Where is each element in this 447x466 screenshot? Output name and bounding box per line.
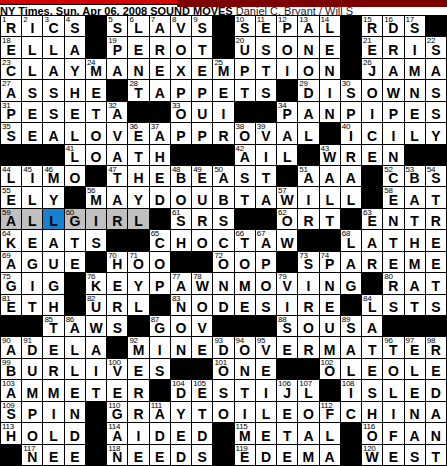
cell-r1c15[interactable]: 13A [298, 16, 318, 36]
cell-r20c18[interactable]: 116O [362, 423, 382, 443]
cell-r19c1[interactable]: 109S [1, 402, 21, 422]
cell-r3c9[interactable]: X [171, 59, 191, 79]
cell-r18c9[interactable]: 104D [171, 380, 191, 400]
cell-r21c2[interactable]: 117N [22, 445, 42, 465]
cell-r11c14[interactable]: W [277, 230, 297, 250]
cell-r1c14[interactable]: 12P [277, 16, 297, 36]
cell-r20c4[interactable]: D [65, 423, 85, 443]
cell-r17c17[interactable]: L [341, 359, 361, 379]
cell-r8c17[interactable]: A [341, 166, 361, 186]
cell-r11c19[interactable]: T [383, 230, 403, 250]
cell-r18c20[interactable]: E [405, 380, 425, 400]
cell-r1c8[interactable]: 7A [150, 16, 170, 36]
cell-r16c19[interactable]: 96T [383, 337, 403, 357]
cell-r12c6[interactable]: 70H [107, 252, 127, 272]
cell-r16c10[interactable]: E [192, 337, 212, 357]
cell-r6c5[interactable]: O [86, 123, 106, 143]
cell-r12c1[interactable]: 69A [1, 252, 21, 272]
cell-r14c2[interactable]: T [22, 295, 42, 315]
cell-r20c16[interactable]: L [320, 423, 340, 443]
cell-r13c20[interactable]: A [405, 273, 425, 293]
cell-r1c10[interactable]: 9S [192, 16, 212, 36]
cell-r10c20[interactable]: T [405, 209, 425, 229]
cell-r10c19[interactable]: N [383, 209, 403, 229]
cell-r1c13[interactable]: 11E [256, 16, 276, 36]
cell-r14c15[interactable]: R [298, 295, 318, 315]
cell-r18c21[interactable]: D [426, 380, 446, 400]
cell-r3c10[interactable]: E [192, 59, 212, 79]
cell-r2c14[interactable]: O [277, 37, 297, 57]
cell-r16c9[interactable]: N [171, 337, 191, 357]
cell-r15c18[interactable]: A [362, 316, 382, 336]
cell-r4c5[interactable]: E [86, 80, 106, 100]
cell-r16c11[interactable]: 93D [213, 337, 233, 357]
cell-r16c2[interactable]: 91D [22, 337, 42, 357]
cell-r11c13[interactable]: 67A [256, 230, 276, 250]
cell-r10c3[interactable]: L [43, 209, 63, 229]
cell-r6c2[interactable]: E [22, 123, 42, 143]
cell-r19c13[interactable]: L [256, 402, 276, 422]
cell-r4c11[interactable]: E [213, 80, 233, 100]
cell-r16c7[interactable]: 92M [128, 337, 148, 357]
cell-r10c6[interactable]: R [107, 209, 127, 229]
cell-r9c19[interactable]: 58E [383, 187, 403, 207]
cell-r10c14[interactable]: 62O [277, 209, 297, 229]
cell-r21c20[interactable]: S [405, 445, 425, 465]
cell-r20c12[interactable]: 115M [235, 423, 255, 443]
cell-r20c3[interactable]: L [43, 423, 63, 443]
cell-r11c4[interactable]: T [65, 230, 85, 250]
cell-r10c2[interactable]: L [22, 209, 42, 229]
cell-r11c10[interactable]: O [192, 230, 212, 250]
cell-r7c12[interactable]: 42A [235, 145, 255, 165]
cell-r4c12[interactable]: T [235, 80, 255, 100]
cell-r7c5[interactable]: O [86, 145, 106, 165]
cell-r9c6[interactable]: A [107, 187, 127, 207]
cell-r8c10[interactable]: 49E [192, 166, 212, 186]
cell-r12c18[interactable]: R [362, 252, 382, 272]
cell-r9c12[interactable]: T [235, 187, 255, 207]
cell-r6c11[interactable]: R [213, 123, 233, 143]
cell-r1c16[interactable]: 14L [320, 16, 340, 36]
cell-r5c21[interactable]: S [426, 102, 446, 122]
cell-r7c16[interactable]: 43W [320, 145, 340, 165]
cell-r14c6[interactable]: R [107, 295, 127, 315]
cell-r3c19[interactable]: A [383, 59, 403, 79]
cell-r21c19[interactable]: E [383, 445, 403, 465]
cell-r4c17[interactable]: 30S [341, 80, 361, 100]
cell-r5c9[interactable]: 33O [171, 102, 191, 122]
cell-r14c13[interactable]: S [256, 295, 276, 315]
cell-r16c3[interactable]: E [43, 337, 63, 357]
cell-r20c13[interactable]: E [256, 423, 276, 443]
cell-r1c19[interactable]: 16D [383, 16, 403, 36]
cell-r19c17[interactable]: C [341, 402, 361, 422]
cell-r9c2[interactable]: L [22, 187, 42, 207]
cell-r5c18[interactable]: I [362, 102, 382, 122]
cell-r1c12[interactable]: 10S [235, 16, 255, 36]
cell-r14c7[interactable]: L [128, 295, 148, 315]
cell-r2c16[interactable]: E [320, 37, 340, 57]
cell-r14c5[interactable]: 82U [86, 295, 106, 315]
cell-r3c8[interactable]: E [150, 59, 170, 79]
cell-r20c10[interactable]: D [192, 423, 212, 443]
cell-r16c20[interactable]: 97E [405, 337, 425, 357]
cell-r15c17[interactable]: 89S [341, 316, 361, 336]
cell-r11c20[interactable]: H [405, 230, 425, 250]
cell-r1c18[interactable]: 15R [362, 16, 382, 36]
cell-r20c9[interactable]: E [171, 423, 191, 443]
cell-r3c16[interactable]: N [320, 59, 340, 79]
cell-r13c13[interactable]: O [256, 273, 276, 293]
cell-r8c12[interactable]: S [235, 166, 255, 186]
cell-r18c5[interactable]: T [86, 380, 106, 400]
cell-r6c21[interactable]: Y [426, 123, 446, 143]
cell-r14c19[interactable]: S [383, 295, 403, 315]
cell-r2c21[interactable]: 22S [426, 37, 446, 57]
cell-r9c11[interactable]: B [213, 187, 233, 207]
cell-r5c4[interactable]: E [65, 102, 85, 122]
cell-r9c20[interactable]: A [405, 187, 425, 207]
cell-r21c4[interactable]: E [65, 445, 85, 465]
cell-r15c10[interactable]: V [192, 316, 212, 336]
cell-r10c11[interactable]: S [213, 209, 233, 229]
cell-r3c13[interactable]: T [256, 59, 276, 79]
cell-r13c6[interactable]: E [107, 273, 127, 293]
cell-r9c16[interactable]: L [320, 187, 340, 207]
cell-r17c1[interactable]: 99B [1, 359, 21, 379]
cell-r17c5[interactable]: I [86, 359, 106, 379]
cell-r3c12[interactable]: P [235, 59, 255, 79]
cell-r13c7[interactable]: Y [128, 273, 148, 293]
cell-r5c6[interactable]: 32A [107, 102, 127, 122]
cell-r10c10[interactable]: R [192, 209, 212, 229]
cell-r1c3[interactable]: 3C [43, 16, 63, 36]
cell-r10c18[interactable]: 63E [362, 209, 382, 229]
cell-r2c4[interactable]: A [65, 37, 85, 57]
cell-r6c12[interactable]: 38O [235, 123, 255, 143]
cell-r20c19[interactable]: F [383, 423, 403, 443]
cell-r6c17[interactable]: 40I [341, 123, 361, 143]
cell-r6c6[interactable]: V [107, 123, 127, 143]
cell-r14c14[interactable]: I [277, 295, 297, 315]
cell-r18c14[interactable]: 106J [277, 380, 297, 400]
cell-r5c3[interactable]: S [43, 102, 63, 122]
cell-r20c20[interactable]: A [405, 423, 425, 443]
cell-r11c8[interactable]: 65C [150, 230, 170, 250]
cell-r3c15[interactable]: O [298, 59, 318, 79]
cell-r6c1[interactable]: 35S [1, 123, 21, 143]
cell-r5c20[interactable]: E [405, 102, 425, 122]
cell-r2c10[interactable]: T [192, 37, 212, 57]
cell-r12c8[interactable]: O [150, 252, 170, 272]
cell-r13c16[interactable]: N [320, 273, 340, 293]
cell-r14c11[interactable]: D [213, 295, 233, 315]
cell-r10c5[interactable]: I [86, 209, 106, 229]
cell-r3c3[interactable]: A [43, 59, 63, 79]
cell-r20c21[interactable]: N [426, 423, 446, 443]
cell-r20c2[interactable]: O [22, 423, 42, 443]
cell-r5c16[interactable]: N [320, 102, 340, 122]
cell-r4c4[interactable]: H [65, 80, 85, 100]
cell-r13c11[interactable]: N [213, 273, 233, 293]
cell-r9c10[interactable]: U [192, 187, 212, 207]
cell-r19c6[interactable]: 110G [107, 402, 127, 422]
cell-r9c14[interactable]: 57W [277, 187, 297, 207]
cell-r14c9[interactable]: 83N [171, 295, 191, 315]
cell-r2c18[interactable]: 21E [362, 37, 382, 57]
cell-r16c17[interactable]: A [341, 337, 361, 357]
cell-r15c5[interactable]: W [86, 316, 106, 336]
cell-r19c14[interactable]: E [277, 402, 297, 422]
cell-r21c16[interactable]: A [320, 445, 340, 465]
cell-r6c4[interactable]: L [65, 123, 85, 143]
cell-r8c1[interactable]: 44L [1, 166, 21, 186]
cell-r8c3[interactable]: 46M [43, 166, 63, 186]
cell-r6c19[interactable]: I [383, 123, 403, 143]
cell-r12c21[interactable]: E [426, 252, 446, 272]
cell-r12c12[interactable]: O [235, 252, 255, 272]
cell-r9c9[interactable]: O [171, 187, 191, 207]
cell-r3c1[interactable]: 23C [1, 59, 21, 79]
cell-r3c6[interactable]: A [107, 59, 127, 79]
cell-r8c8[interactable]: E [150, 166, 170, 186]
cell-r12c16[interactable]: 74P [320, 252, 340, 272]
cell-r8c15[interactable]: 51A [298, 166, 318, 186]
cell-r4c8[interactable]: A [150, 80, 170, 100]
cell-r19c21[interactable]: A [426, 402, 446, 422]
cell-r18c7[interactable]: R [128, 380, 148, 400]
cell-r8c7[interactable]: H [128, 166, 148, 186]
cell-r8c13[interactable]: T [256, 166, 276, 186]
cell-r5c15[interactable]: A [298, 102, 318, 122]
cell-r17c11[interactable]: 101O [213, 359, 233, 379]
cell-r19c16[interactable]: 112F [320, 402, 340, 422]
cell-r16c5[interactable]: A [86, 337, 106, 357]
cell-r5c5[interactable]: T [86, 102, 106, 122]
cell-r14c10[interactable]: O [192, 295, 212, 315]
cell-r11c5[interactable]: S [86, 230, 106, 250]
cell-r7c13[interactable]: I [256, 145, 276, 165]
cell-r6c3[interactable]: A [43, 123, 63, 143]
cell-r17c21[interactable]: E [426, 359, 446, 379]
cell-r19c15[interactable]: O [298, 402, 318, 422]
cell-r21c6[interactable]: 118N [107, 445, 127, 465]
cell-r3c4[interactable]: Y [65, 59, 85, 79]
cell-r21c9[interactable]: D [171, 445, 191, 465]
cell-r19c10[interactable]: T [192, 402, 212, 422]
cell-r16c1[interactable]: 90A [1, 337, 21, 357]
cell-r21c14[interactable]: E [277, 445, 297, 465]
cell-r5c17[interactable]: P [341, 102, 361, 122]
cell-r21c12[interactable]: 119E [235, 445, 255, 465]
cell-r11c1[interactable]: 64K [1, 230, 21, 250]
cell-r6c20[interactable]: L [405, 123, 425, 143]
cell-r4c20[interactable]: N [405, 80, 425, 100]
cell-r2c6[interactable]: 19P [107, 37, 127, 57]
cell-r12c15[interactable]: 73S [298, 252, 318, 272]
cell-r21c21[interactable]: T [426, 445, 446, 465]
cell-r4c15[interactable]: 29D [298, 80, 318, 100]
cell-r11c21[interactable]: E [426, 230, 446, 250]
cell-r16c8[interactable]: I [150, 337, 170, 357]
cell-r19c20[interactable]: N [405, 402, 425, 422]
cell-r15c4[interactable]: 86A [65, 316, 85, 336]
cell-r11c12[interactable]: 66T [235, 230, 255, 250]
cell-r20c8[interactable]: D [150, 423, 170, 443]
cell-r7c6[interactable]: A [107, 145, 127, 165]
cell-r4c7[interactable]: 28T [128, 80, 148, 100]
cell-r19c12[interactable]: I [235, 402, 255, 422]
cell-r15c8[interactable]: 87G [150, 316, 170, 336]
cell-r17c13[interactable]: E [256, 359, 276, 379]
cell-r9c21[interactable]: T [426, 187, 446, 207]
cell-r13c3[interactable]: G [43, 273, 63, 293]
cell-r17c3[interactable]: R [43, 359, 63, 379]
cell-r7c17[interactable]: R [341, 145, 361, 165]
cell-r8c6[interactable]: 47T [107, 166, 127, 186]
cell-r13c15[interactable]: I [298, 273, 318, 293]
cell-r21c18[interactable]: 120W [362, 445, 382, 465]
cell-r3c2[interactable]: L [22, 59, 42, 79]
cell-r18c10[interactable]: 105E [192, 380, 212, 400]
cell-r9c1[interactable]: 55E [1, 187, 21, 207]
cell-r19c2[interactable]: P [22, 402, 42, 422]
cell-r14c1[interactable]: 81E [1, 295, 21, 315]
cell-r19c19[interactable]: I [383, 402, 403, 422]
cell-r8c9[interactable]: 48B [171, 166, 191, 186]
cell-r16c13[interactable]: 95V [256, 337, 276, 357]
cell-r13c8[interactable]: P [150, 273, 170, 293]
cell-r9c13[interactable]: A [256, 187, 276, 207]
cell-r11c3[interactable]: A [43, 230, 63, 250]
cell-r3c20[interactable]: M [405, 59, 425, 79]
cell-r2c13[interactable]: S [256, 37, 276, 57]
cell-r19c11[interactable]: O [213, 402, 233, 422]
cell-r12c11[interactable]: 72O [213, 252, 233, 272]
cell-r2c3[interactable]: L [43, 37, 63, 57]
cell-r21c7[interactable]: E [128, 445, 148, 465]
cell-r4c13[interactable]: S [256, 80, 276, 100]
cell-r8c2[interactable]: 45I [22, 166, 42, 186]
cell-r21c13[interactable]: D [256, 445, 276, 465]
cell-r1c6[interactable]: 5S [107, 16, 127, 36]
cell-r18c2[interactable]: M [22, 380, 42, 400]
cell-r5c2[interactable]: E [22, 102, 42, 122]
cell-r12c13[interactable]: P [256, 252, 276, 272]
cell-r2c19[interactable]: R [383, 37, 403, 57]
cell-r20c7[interactable]: I [128, 423, 148, 443]
cell-r2c8[interactable]: R [150, 37, 170, 57]
cell-r13c14[interactable]: 79V [277, 273, 297, 293]
cell-r16c15[interactable]: R [298, 337, 318, 357]
cell-r7c8[interactable]: H [150, 145, 170, 165]
cell-r16c21[interactable]: 98R [426, 337, 446, 357]
cell-r12c7[interactable]: 71O [128, 252, 148, 272]
cell-r8c20[interactable]: 53B [405, 166, 425, 186]
cell-r8c21[interactable]: 54S [426, 166, 446, 186]
cell-r2c9[interactable]: O [171, 37, 191, 57]
cell-r4c19[interactable]: W [383, 80, 403, 100]
cell-r16c14[interactable]: E [277, 337, 297, 357]
cell-r19c3[interactable]: I [43, 402, 63, 422]
cell-r20c14[interactable]: T [277, 423, 297, 443]
cell-r14c20[interactable]: T [405, 295, 425, 315]
cell-r18c15[interactable]: 107L [298, 380, 318, 400]
cell-r1c7[interactable]: 6L [128, 16, 148, 36]
cell-r3c11[interactable]: 25M [213, 59, 233, 79]
cell-r21c15[interactable]: M [298, 445, 318, 465]
cell-r18c12[interactable]: T [235, 380, 255, 400]
cell-r8c19[interactable]: 52C [383, 166, 403, 186]
cell-r6c9[interactable]: P [171, 123, 191, 143]
cell-r16c16[interactable]: M [320, 337, 340, 357]
cell-r14c16[interactable]: E [320, 295, 340, 315]
cell-r9c17[interactable]: L [341, 187, 361, 207]
cell-r10c1[interactable]: 59A [1, 209, 21, 229]
cell-r3c7[interactable]: N [128, 59, 148, 79]
cell-r7c7[interactable]: T [128, 145, 148, 165]
cell-r15c15[interactable]: O [298, 316, 318, 336]
cell-r19c8[interactable]: 111A [150, 402, 170, 422]
cell-r12c3[interactable]: U [43, 252, 63, 272]
cell-r18c6[interactable]: E [107, 380, 127, 400]
cell-r13c1[interactable]: 75G [1, 273, 21, 293]
cell-r6c7[interactable]: 36E [128, 123, 148, 143]
cell-r18c1[interactable]: 103A [1, 380, 21, 400]
cell-r10c21[interactable]: R [426, 209, 446, 229]
cell-r6c15[interactable]: L [298, 123, 318, 143]
cell-r18c17[interactable]: 108I [341, 380, 361, 400]
cell-r14c12[interactable]: E [235, 295, 255, 315]
cell-r3c14[interactable]: I [277, 59, 297, 79]
cell-r11c17[interactable]: 68L [341, 230, 361, 250]
cell-r10c9[interactable]: 61S [171, 209, 191, 229]
cell-r10c4[interactable]: 60G [65, 209, 85, 229]
cell-r4c9[interactable]: P [171, 80, 191, 100]
cell-r4c2[interactable]: S [22, 80, 42, 100]
cell-r4c1[interactable]: 27A [1, 80, 21, 100]
cell-r13c21[interactable]: T [426, 273, 446, 293]
cell-r18c19[interactable]: L [383, 380, 403, 400]
cell-r1c20[interactable]: 17S [405, 16, 425, 36]
cell-r7c14[interactable]: L [277, 145, 297, 165]
cell-r8c11[interactable]: 50A [213, 166, 233, 186]
cell-r13c5[interactable]: 76K [86, 273, 106, 293]
cell-r2c15[interactable]: N [298, 37, 318, 57]
cell-r21c3[interactable]: E [43, 445, 63, 465]
cell-r5c11[interactable]: I [213, 102, 233, 122]
cell-r14c18[interactable]: 84L [362, 295, 382, 315]
cell-r16c4[interactable]: L [65, 337, 85, 357]
cell-r13c17[interactable]: G [341, 273, 361, 293]
cell-r2c1[interactable]: 18E [1, 37, 21, 57]
cell-r19c7[interactable]: R [128, 402, 148, 422]
cell-r11c18[interactable]: A [362, 230, 382, 250]
cell-r17c8[interactable]: S [150, 359, 170, 379]
cell-r3c5[interactable]: 24M [86, 59, 106, 79]
cell-r18c4[interactable]: E [65, 380, 85, 400]
cell-r20c15[interactable]: A [298, 423, 318, 443]
cell-r16c18[interactable]: T [362, 337, 382, 357]
cell-r10c16[interactable]: T [320, 209, 340, 229]
cell-r7c19[interactable]: N [383, 145, 403, 165]
cell-r9c7[interactable]: Y [128, 187, 148, 207]
cell-r17c19[interactable]: O [383, 359, 403, 379]
cell-r20c1[interactable]: 113H [1, 423, 21, 443]
cell-r17c12[interactable]: N [235, 359, 255, 379]
cell-r9c15[interactable]: I [298, 187, 318, 207]
